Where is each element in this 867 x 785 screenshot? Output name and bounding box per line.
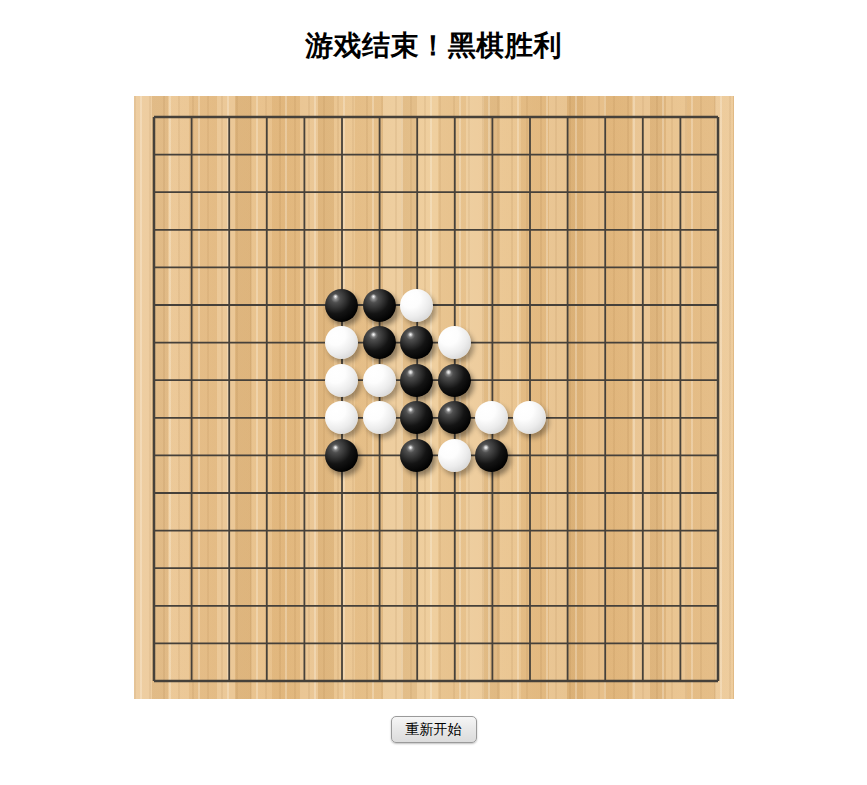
black-stone [400, 364, 433, 397]
white-stone [325, 326, 358, 359]
black-stone [325, 439, 358, 472]
board-grid [134, 96, 734, 699]
controls-bar: 重新开始 [0, 716, 867, 743]
white-stone [438, 439, 471, 472]
white-stone [400, 289, 433, 322]
white-stone [325, 364, 358, 397]
restart-button[interactable]: 重新开始 [391, 716, 477, 743]
black-stone [363, 289, 396, 322]
gomoku-app: 游戏结束！黑棋胜利 重新开始 [0, 28, 867, 743]
gomoku-board[interactable] [134, 96, 734, 699]
white-stone [363, 364, 396, 397]
black-stone [438, 364, 471, 397]
white-stone [363, 401, 396, 434]
black-stone [325, 289, 358, 322]
game-status-title: 游戏结束！黑棋胜利 [0, 28, 867, 64]
black-stone [438, 401, 471, 434]
black-stone [363, 326, 396, 359]
white-stone [438, 326, 471, 359]
black-stone [400, 439, 433, 472]
